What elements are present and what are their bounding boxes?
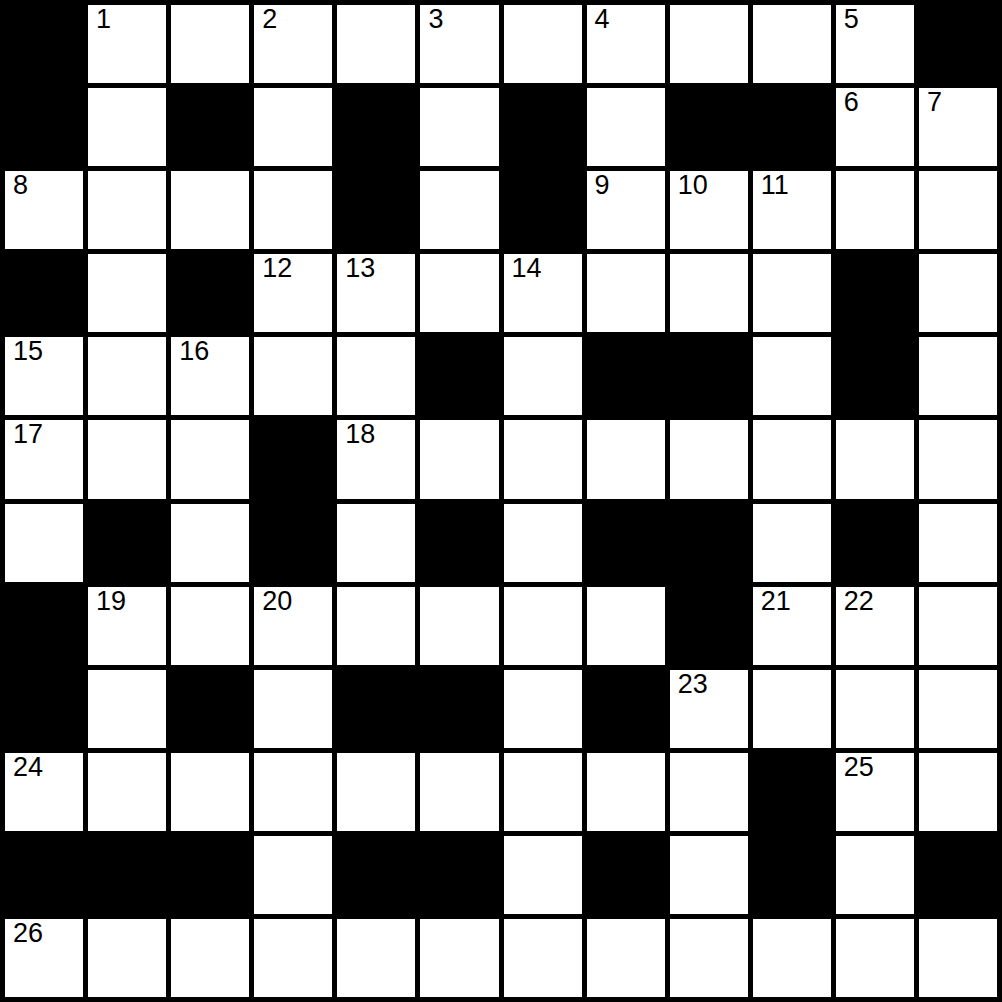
cell-r7c1[interactable]: 19: [88, 587, 166, 665]
clue-number-15: 15: [13, 338, 43, 365]
cell-r2c10[interactable]: [836, 171, 914, 249]
cell-r5c10[interactable]: [836, 420, 914, 498]
cell-r9c5[interactable]: [420, 753, 498, 831]
clue-number-4: 4: [595, 6, 610, 33]
cell-r6c4[interactable]: [337, 504, 415, 582]
block-cell-r1c9: [753, 88, 831, 166]
cell-r10c8[interactable]: [670, 836, 748, 914]
block-cell-r0c11: [919, 5, 997, 83]
cell-r2c1[interactable]: [88, 171, 166, 249]
cell-r1c11[interactable]: 7: [919, 88, 997, 166]
cell-r2c7[interactable]: 9: [587, 171, 665, 249]
cell-r5c1[interactable]: [88, 420, 166, 498]
cell-r3c3[interactable]: 12: [254, 254, 332, 332]
cell-r0c10[interactable]: 5: [836, 5, 914, 83]
block-cell-r10c2: [171, 836, 249, 914]
cell-r3c4[interactable]: 13: [337, 254, 415, 332]
cell-r7c10[interactable]: 22: [836, 587, 914, 665]
clue-number-21: 21: [761, 588, 791, 615]
clue-number-13: 13: [345, 255, 375, 282]
cell-r1c10[interactable]: 6: [836, 88, 914, 166]
cell-r0c2[interactable]: [171, 5, 249, 83]
clue-number-24: 24: [13, 754, 43, 781]
clue-number-25: 25: [844, 754, 874, 781]
cell-r10c6[interactable]: [504, 836, 582, 914]
block-cell-r8c5: [420, 670, 498, 748]
cell-r6c11[interactable]: [919, 504, 997, 582]
cell-r5c2[interactable]: [171, 420, 249, 498]
cell-r9c1[interactable]: [88, 753, 166, 831]
cell-r4c3[interactable]: [254, 337, 332, 415]
cell-r3c8[interactable]: [670, 254, 748, 332]
cell-r7c5[interactable]: [420, 587, 498, 665]
clue-number-18: 18: [345, 421, 375, 448]
cell-r9c7[interactable]: [587, 753, 665, 831]
block-cell-r10c5: [420, 836, 498, 914]
cell-r10c3[interactable]: [254, 836, 332, 914]
clue-number-1: 1: [96, 6, 111, 33]
clue-number-8: 8: [13, 172, 28, 199]
cell-r0c1[interactable]: 1: [88, 5, 166, 83]
cell-r4c11[interactable]: [919, 337, 997, 415]
cell-r2c5[interactable]: [420, 171, 498, 249]
cell-r2c0[interactable]: 8: [5, 171, 83, 249]
clue-number-12: 12: [262, 255, 292, 282]
cell-r5c9[interactable]: [753, 420, 831, 498]
block-cell-r6c7: [587, 504, 665, 582]
clue-number-9: 9: [595, 172, 610, 199]
clue-number-14: 14: [512, 255, 542, 282]
clue-number-19: 19: [96, 588, 126, 615]
clue-number-6: 6: [844, 89, 859, 116]
block-cell-r3c0: [5, 254, 83, 332]
cell-r9c4[interactable]: [337, 753, 415, 831]
cell-r11c1[interactable]: [88, 919, 166, 997]
cell-r3c11[interactable]: [919, 254, 997, 332]
cell-r2c9[interactable]: 11: [753, 171, 831, 249]
cell-r3c6[interactable]: 14: [504, 254, 582, 332]
cell-r0c5[interactable]: 3: [420, 5, 498, 83]
cell-r8c10[interactable]: [836, 670, 914, 748]
block-cell-r0c0: [5, 5, 83, 83]
cell-r7c6[interactable]: [504, 587, 582, 665]
cell-r1c3[interactable]: [254, 88, 332, 166]
block-cell-r10c1: [88, 836, 166, 914]
cell-r5c6[interactable]: [504, 420, 582, 498]
cell-r8c9[interactable]: [753, 670, 831, 748]
cell-r11c9[interactable]: [753, 919, 831, 997]
clue-number-26: 26: [13, 920, 43, 947]
cell-r0c6[interactable]: [504, 5, 582, 83]
block-cell-r4c8: [670, 337, 748, 415]
cell-r5c11[interactable]: [919, 420, 997, 498]
cell-r8c6[interactable]: [504, 670, 582, 748]
cell-r8c3[interactable]: [254, 670, 332, 748]
cell-r8c1[interactable]: [88, 670, 166, 748]
block-cell-r1c4: [337, 88, 415, 166]
block-cell-r10c7: [587, 836, 665, 914]
block-cell-r7c0: [5, 587, 83, 665]
cell-r11c4[interactable]: [337, 919, 415, 997]
cell-r2c2[interactable]: [171, 171, 249, 249]
cell-r0c7[interactable]: 4: [587, 5, 665, 83]
cell-r7c4[interactable]: [337, 587, 415, 665]
block-cell-r10c9: [753, 836, 831, 914]
block-cell-r6c1: [88, 504, 166, 582]
cell-r11c2[interactable]: [171, 919, 249, 997]
cell-r9c6[interactable]: [504, 753, 582, 831]
cell-r7c7[interactable]: [587, 587, 665, 665]
cell-r2c8[interactable]: 10: [670, 171, 748, 249]
block-cell-r5c3: [254, 420, 332, 498]
cell-r4c9[interactable]: [753, 337, 831, 415]
cell-r11c3[interactable]: [254, 919, 332, 997]
cell-r8c8[interactable]: 23: [670, 670, 748, 748]
clue-number-11: 11: [761, 172, 789, 199]
block-cell-r7c8: [670, 587, 748, 665]
clue-number-20: 20: [262, 588, 292, 615]
cell-r11c10[interactable]: [836, 919, 914, 997]
cell-r11c0[interactable]: 26: [5, 919, 83, 997]
clue-number-23: 23: [678, 671, 708, 698]
cell-r5c5[interactable]: [420, 420, 498, 498]
cell-r9c2[interactable]: [171, 753, 249, 831]
cell-r2c3[interactable]: [254, 171, 332, 249]
clue-number-2: 2: [262, 6, 277, 33]
cell-r0c4[interactable]: [337, 5, 415, 83]
cell-r5c8[interactable]: [670, 420, 748, 498]
block-cell-r6c5: [420, 504, 498, 582]
cell-r9c10[interactable]: 25: [836, 753, 914, 831]
cell-r7c9[interactable]: 21: [753, 587, 831, 665]
block-cell-r4c5: [420, 337, 498, 415]
cell-r7c11[interactable]: [919, 587, 997, 665]
cell-r9c0[interactable]: 24: [5, 753, 83, 831]
cell-r6c6[interactable]: [504, 504, 582, 582]
cell-r1c1[interactable]: [88, 88, 166, 166]
clue-number-10: 10: [678, 172, 708, 199]
block-cell-r6c10: [836, 504, 914, 582]
block-cell-r8c7: [587, 670, 665, 748]
cell-r2c11[interactable]: [919, 171, 997, 249]
clue-number-3: 3: [428, 6, 443, 33]
cell-r0c9[interactable]: [753, 5, 831, 83]
cell-r5c4[interactable]: 18: [337, 420, 415, 498]
block-cell-r6c3: [254, 504, 332, 582]
block-cell-r8c2: [171, 670, 249, 748]
clue-number-5: 5: [844, 6, 859, 33]
crossword-board: 1234567891011121314151617181920212223242…: [0, 0, 1002, 1002]
clue-number-22: 22: [844, 588, 874, 615]
block-cell-r1c8: [670, 88, 748, 166]
cell-r0c8[interactable]: [670, 5, 748, 83]
block-cell-r3c2: [171, 254, 249, 332]
cell-r5c7[interactable]: [587, 420, 665, 498]
block-cell-r8c0: [5, 670, 83, 748]
cell-r9c8[interactable]: [670, 753, 748, 831]
cell-r3c9[interactable]: [753, 254, 831, 332]
cell-r11c5[interactable]: [420, 919, 498, 997]
cell-r7c3[interactable]: 20: [254, 587, 332, 665]
cell-r4c4[interactable]: [337, 337, 415, 415]
cell-r4c1[interactable]: [88, 337, 166, 415]
cell-r4c6[interactable]: [504, 337, 582, 415]
block-cell-r1c2: [171, 88, 249, 166]
cell-r11c11[interactable]: [919, 919, 997, 997]
cell-r0c3[interactable]: 2: [254, 5, 332, 83]
cell-r4c2[interactable]: 16: [171, 337, 249, 415]
cell-r4c0[interactable]: 15: [5, 337, 83, 415]
block-cell-r4c10: [836, 337, 914, 415]
block-cell-r8c4: [337, 670, 415, 748]
cell-r11c7[interactable]: [587, 919, 665, 997]
block-cell-r1c0: [5, 88, 83, 166]
block-cell-r4c7: [587, 337, 665, 415]
cell-r9c11[interactable]: [919, 753, 997, 831]
cell-r1c5[interactable]: [420, 88, 498, 166]
cell-r11c6[interactable]: [504, 919, 582, 997]
cell-r3c1[interactable]: [88, 254, 166, 332]
block-cell-r2c4: [337, 171, 415, 249]
cell-r10c10[interactable]: [836, 836, 914, 914]
cell-r11c8[interactable]: [670, 919, 748, 997]
block-cell-r10c0: [5, 836, 83, 914]
block-cell-r10c4: [337, 836, 415, 914]
block-cell-r3c10: [836, 254, 914, 332]
clue-number-16: 16: [179, 338, 209, 365]
block-cell-r1c6: [504, 88, 582, 166]
clue-number-17: 17: [13, 421, 43, 448]
cell-r5c0[interactable]: 17: [5, 420, 83, 498]
clue-number-7: 7: [927, 89, 942, 116]
cell-r6c2[interactable]: [171, 504, 249, 582]
block-cell-r9c9: [753, 753, 831, 831]
cell-r6c0[interactable]: [5, 504, 83, 582]
cell-r3c7[interactable]: [587, 254, 665, 332]
cell-r8c11[interactable]: [919, 670, 997, 748]
cell-r9c3[interactable]: [254, 753, 332, 831]
block-cell-r6c8: [670, 504, 748, 582]
cell-r7c2[interactable]: [171, 587, 249, 665]
block-cell-r10c11: [919, 836, 997, 914]
cell-r6c9[interactable]: [753, 504, 831, 582]
cell-r3c5[interactable]: [420, 254, 498, 332]
cell-r1c7[interactable]: [587, 88, 665, 166]
block-cell-r2c6: [504, 171, 582, 249]
